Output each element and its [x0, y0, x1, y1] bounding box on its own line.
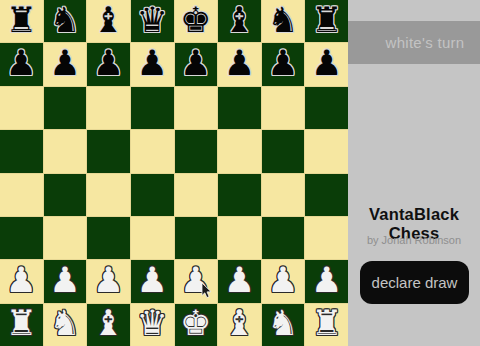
square-h4[interactable] — [305, 174, 348, 216]
black-knight[interactable]: ♞ — [49, 3, 80, 38]
square-c8[interactable]: ♝ — [87, 0, 130, 42]
black-rook[interactable]: ♜ — [311, 3, 342, 38]
white-pawn[interactable]: ♟ — [49, 263, 80, 298]
square-b8[interactable]: ♞ — [44, 0, 87, 42]
square-a4[interactable] — [0, 174, 43, 216]
black-pawn[interactable]: ♟ — [93, 46, 124, 81]
chess-board[interactable]: ♜♞♝♛♚♝♞♜♟♟♟♟♟♟♟♟♟♟♟♟♟♟♟♟♜♞♝♛♚♝♞♜ — [0, 0, 348, 346]
turn-indicator-label: white's turn — [386, 34, 465, 51]
black-pawn[interactable]: ♟ — [224, 46, 255, 81]
white-rook[interactable]: ♜ — [6, 306, 37, 341]
square-d1[interactable]: ♛ — [131, 304, 174, 346]
square-f5[interactable] — [218, 130, 261, 172]
square-h8[interactable]: ♜ — [305, 0, 348, 42]
square-b3[interactable] — [44, 217, 87, 259]
turn-indicator: white's turn — [348, 21, 480, 64]
square-a1[interactable]: ♜ — [0, 304, 43, 346]
black-knight[interactable]: ♞ — [267, 3, 298, 38]
square-b7[interactable]: ♟ — [44, 43, 87, 85]
square-c1[interactable]: ♝ — [87, 304, 130, 346]
square-d6[interactable] — [131, 87, 174, 129]
square-e4[interactable] — [175, 174, 218, 216]
square-d7[interactable]: ♟ — [131, 43, 174, 85]
declare-draw-button[interactable]: declare draw — [360, 261, 469, 304]
sidebar: white's turn VantaBlack Chess by Jonah R… — [348, 0, 480, 346]
white-pawn[interactable]: ♟ — [311, 263, 342, 298]
square-a8[interactable]: ♜ — [0, 0, 43, 42]
square-b6[interactable] — [44, 87, 87, 129]
square-h1[interactable]: ♜ — [305, 304, 348, 346]
square-d5[interactable] — [131, 130, 174, 172]
square-a3[interactable] — [0, 217, 43, 259]
square-d8[interactable]: ♛ — [131, 0, 174, 42]
square-e3[interactable] — [175, 217, 218, 259]
square-g8[interactable]: ♞ — [262, 0, 305, 42]
square-c2[interactable]: ♟ — [87, 260, 130, 302]
square-g7[interactable]: ♟ — [262, 43, 305, 85]
black-bishop[interactable]: ♝ — [93, 3, 124, 38]
white-pawn[interactable]: ♟ — [224, 263, 255, 298]
square-g4[interactable] — [262, 174, 305, 216]
square-d2[interactable]: ♟ — [131, 260, 174, 302]
square-b5[interactable] — [44, 130, 87, 172]
square-f6[interactable] — [218, 87, 261, 129]
white-bishop[interactable]: ♝ — [93, 306, 124, 341]
black-bishop[interactable]: ♝ — [224, 3, 255, 38]
square-e6[interactable] — [175, 87, 218, 129]
vantablack-chess-app: ♜♞♝♛♚♝♞♜♟♟♟♟♟♟♟♟♟♟♟♟♟♟♟♟♜♞♝♛♚♝♞♜ white's… — [0, 0, 480, 346]
square-e8[interactable]: ♚ — [175, 0, 218, 42]
square-f3[interactable] — [218, 217, 261, 259]
black-pawn[interactable]: ♟ — [180, 46, 211, 81]
square-a6[interactable] — [0, 87, 43, 129]
white-queen[interactable]: ♛ — [136, 306, 167, 341]
square-f4[interactable] — [218, 174, 261, 216]
square-d4[interactable] — [131, 174, 174, 216]
square-f1[interactable]: ♝ — [218, 304, 261, 346]
square-f8[interactable]: ♝ — [218, 0, 261, 42]
square-h6[interactable] — [305, 87, 348, 129]
square-b2[interactable]: ♟ — [44, 260, 87, 302]
square-c5[interactable] — [87, 130, 130, 172]
square-h2[interactable]: ♟ — [305, 260, 348, 302]
square-b1[interactable]: ♞ — [44, 304, 87, 346]
black-pawn[interactable]: ♟ — [311, 46, 342, 81]
white-knight[interactable]: ♞ — [49, 306, 80, 341]
black-pawn[interactable]: ♟ — [136, 46, 167, 81]
square-c7[interactable]: ♟ — [87, 43, 130, 85]
square-e5[interactable] — [175, 130, 218, 172]
square-e1[interactable]: ♚ — [175, 304, 218, 346]
square-c4[interactable] — [87, 174, 130, 216]
square-h7[interactable]: ♟ — [305, 43, 348, 85]
square-f2[interactable]: ♟ — [218, 260, 261, 302]
white-rook[interactable]: ♜ — [311, 306, 342, 341]
white-pawn[interactable]: ♟ — [180, 263, 211, 298]
black-queen[interactable]: ♛ — [136, 3, 167, 38]
black-pawn[interactable]: ♟ — [267, 46, 298, 81]
black-pawn[interactable]: ♟ — [49, 46, 80, 81]
square-g2[interactable]: ♟ — [262, 260, 305, 302]
square-f7[interactable]: ♟ — [218, 43, 261, 85]
square-g5[interactable] — [262, 130, 305, 172]
white-pawn[interactable]: ♟ — [136, 263, 167, 298]
white-pawn[interactable]: ♟ — [267, 263, 298, 298]
square-g6[interactable] — [262, 87, 305, 129]
white-pawn[interactable]: ♟ — [93, 263, 124, 298]
square-g1[interactable]: ♞ — [262, 304, 305, 346]
square-e7[interactable]: ♟ — [175, 43, 218, 85]
square-g3[interactable] — [262, 217, 305, 259]
square-d3[interactable] — [131, 217, 174, 259]
square-b4[interactable] — [44, 174, 87, 216]
square-a7[interactable]: ♟ — [0, 43, 43, 85]
black-king[interactable]: ♚ — [180, 3, 211, 38]
game-author: by Jonah Robinson — [348, 234, 480, 246]
white-knight[interactable]: ♞ — [267, 306, 298, 341]
black-rook[interactable]: ♜ — [6, 3, 37, 38]
square-h5[interactable] — [305, 130, 348, 172]
white-bishop[interactable]: ♝ — [224, 306, 255, 341]
square-h3[interactable] — [305, 217, 348, 259]
white-pawn[interactable]: ♟ — [6, 263, 37, 298]
square-c3[interactable] — [87, 217, 130, 259]
square-e2[interactable]: ♟ — [175, 260, 218, 302]
square-a2[interactable]: ♟ — [0, 260, 43, 302]
white-king[interactable]: ♚ — [180, 306, 211, 341]
square-a5[interactable] — [0, 130, 43, 172]
black-pawn[interactable]: ♟ — [6, 46, 37, 81]
square-c6[interactable] — [87, 87, 130, 129]
